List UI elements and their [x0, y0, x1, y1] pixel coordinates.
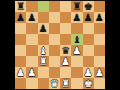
piece-black-pawn[interactable]: ♟ — [72, 12, 81, 23]
square-f4[interactable]: ♟ — [71, 45, 82, 56]
piece-white-queen[interactable]: ♛ — [50, 78, 59, 89]
square-h1[interactable] — [94, 78, 105, 89]
square-e8[interactable] — [60, 1, 71, 12]
square-e2[interactable] — [60, 67, 71, 78]
piece-white-pawn[interactable]: ♟ — [95, 67, 104, 78]
square-b2[interactable]: ♟ — [26, 67, 37, 78]
piece-black-pawn[interactable]: ♟ — [95, 12, 104, 23]
square-b4[interactable] — [26, 45, 37, 56]
square-f1[interactable] — [71, 78, 82, 89]
square-b3[interactable] — [26, 56, 37, 67]
piece-black-queen[interactable]: ♛ — [61, 45, 70, 56]
square-d2[interactable] — [49, 67, 60, 78]
square-a5[interactable] — [15, 34, 26, 45]
piece-white-rook[interactable]: ♜ — [61, 78, 70, 89]
square-b7[interactable]: ♟ — [26, 12, 37, 23]
piece-white-bishop[interactable]: ♝ — [39, 45, 48, 56]
piece-white-pawn[interactable]: ♟ — [72, 45, 81, 56]
piece-black-rook[interactable]: ♜ — [72, 1, 81, 12]
square-c3[interactable]: ♜ — [38, 56, 49, 67]
square-e3[interactable]: ♟ — [60, 56, 71, 67]
square-c8[interactable] — [38, 1, 49, 12]
square-g7[interactable]: ♟ — [83, 12, 94, 23]
square-e7[interactable] — [60, 12, 71, 23]
square-a2[interactable]: ♟ — [15, 67, 26, 78]
square-f5[interactable]: ♝ — [71, 34, 82, 45]
square-a8[interactable]: ♜ — [15, 1, 26, 12]
square-h6[interactable] — [94, 23, 105, 34]
square-f3[interactable] — [71, 56, 82, 67]
piece-white-king[interactable]: ♚ — [84, 78, 93, 89]
square-g5[interactable] — [83, 34, 94, 45]
piece-black-pawn[interactable]: ♟ — [16, 12, 25, 23]
square-f7[interactable]: ♟ — [71, 12, 82, 23]
square-d4[interactable] — [49, 45, 60, 56]
square-f6[interactable] — [71, 23, 82, 34]
piece-black-pawn[interactable]: ♟ — [39, 23, 48, 34]
square-f8[interactable]: ♜ — [71, 1, 82, 12]
square-d5[interactable] — [49, 34, 60, 45]
square-c7[interactable] — [38, 12, 49, 23]
square-b8[interactable] — [26, 1, 37, 12]
square-a7[interactable]: ♟ — [15, 12, 26, 23]
square-a3[interactable] — [15, 56, 26, 67]
chess-board: ♜♜♚♟♟♟♟♟♟♝♝♛♟♜♟♟♟♟♟♛♜♚ — [15, 0, 105, 90]
square-g4[interactable] — [83, 45, 94, 56]
square-d7[interactable] — [49, 12, 60, 23]
right-letterbox — [105, 0, 120, 90]
square-g8[interactable]: ♚ — [83, 1, 94, 12]
piece-black-pawn[interactable]: ♟ — [84, 12, 93, 23]
piece-white-pawn[interactable]: ♟ — [16, 67, 25, 78]
square-c5[interactable] — [38, 34, 49, 45]
piece-white-pawn[interactable]: ♟ — [84, 67, 93, 78]
square-b6[interactable] — [26, 23, 37, 34]
square-h4[interactable] — [94, 45, 105, 56]
square-d3[interactable] — [49, 56, 60, 67]
square-b1[interactable] — [26, 78, 37, 89]
piece-white-pawn[interactable]: ♟ — [27, 67, 36, 78]
piece-black-bishop[interactable]: ♝ — [72, 34, 81, 45]
piece-black-king[interactable]: ♚ — [84, 1, 93, 12]
piece-black-pawn[interactable]: ♟ — [27, 12, 36, 23]
square-e5[interactable] — [60, 34, 71, 45]
piece-white-pawn[interactable]: ♟ — [61, 56, 70, 67]
square-c6[interactable]: ♟ — [38, 23, 49, 34]
square-h3[interactable] — [94, 56, 105, 67]
square-b5[interactable] — [26, 34, 37, 45]
left-letterbox — [0, 0, 15, 90]
square-d8[interactable] — [49, 1, 60, 12]
square-c4[interactable]: ♝ — [38, 45, 49, 56]
square-c2[interactable] — [38, 67, 49, 78]
square-c1[interactable] — [38, 78, 49, 89]
piece-white-rook[interactable]: ♜ — [39, 56, 48, 67]
square-d1[interactable]: ♛ — [49, 78, 60, 89]
square-a6[interactable] — [15, 23, 26, 34]
square-h2[interactable]: ♟ — [94, 67, 105, 78]
square-f2[interactable] — [71, 67, 82, 78]
square-h7[interactable]: ♟ — [94, 12, 105, 23]
square-e4[interactable]: ♛ — [60, 45, 71, 56]
square-g1[interactable]: ♚ — [83, 78, 94, 89]
square-h8[interactable] — [94, 1, 105, 12]
piece-black-rook[interactable]: ♜ — [16, 1, 25, 12]
square-e1[interactable]: ♜ — [60, 78, 71, 89]
square-a1[interactable] — [15, 78, 26, 89]
square-a4[interactable] — [15, 45, 26, 56]
square-g6[interactable] — [83, 23, 94, 34]
square-g2[interactable]: ♟ — [83, 67, 94, 78]
square-h5[interactable] — [94, 34, 105, 45]
square-e6[interactable] — [60, 23, 71, 34]
square-d6[interactable] — [49, 23, 60, 34]
square-g3[interactable] — [83, 56, 94, 67]
